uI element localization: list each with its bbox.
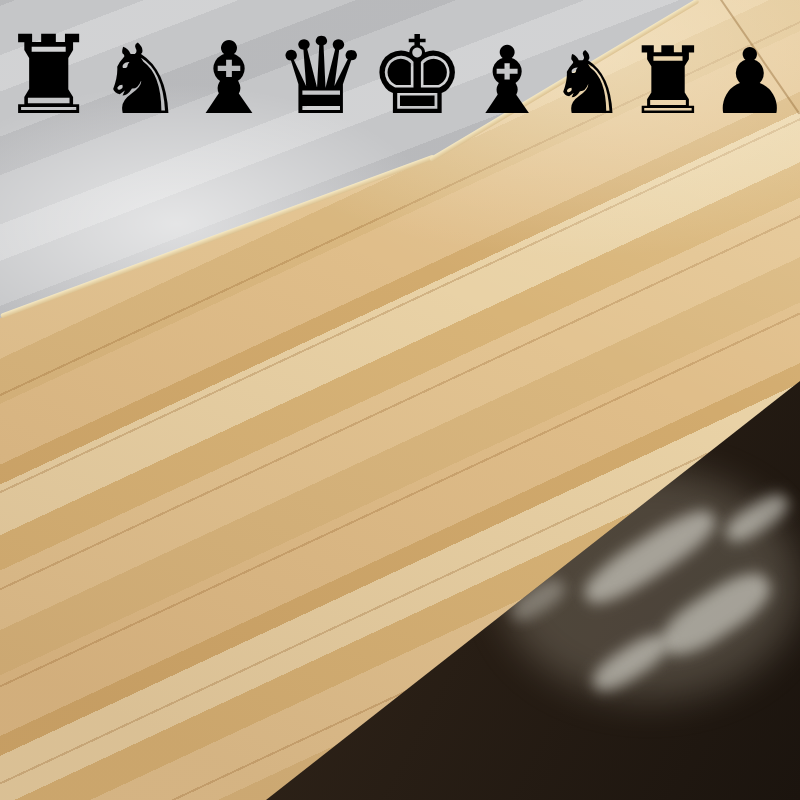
piece-black-rook-a8[interactable]: ♜ [0,12,98,139]
piece-black-king-e8[interactable]: ♚ [369,13,466,138]
piece-black-queen-d8[interactable]: ♛ [274,15,369,138]
piece-black-bishop-c8[interactable]: ♝ [184,20,274,137]
piece-black-pawn-b7[interactable]: ♟ [791,31,800,134]
piece-black-pawn-a7[interactable]: ♟ [709,29,790,134]
piece-black-bishop-f8[interactable]: ♝ [466,26,550,135]
piece-black-knight-g8[interactable]: ♞ [549,33,626,133]
piece-black-rook-h8[interactable]: ♜ [626,27,709,135]
piece-black-knight-b8[interactable]: ♞ [98,23,185,136]
